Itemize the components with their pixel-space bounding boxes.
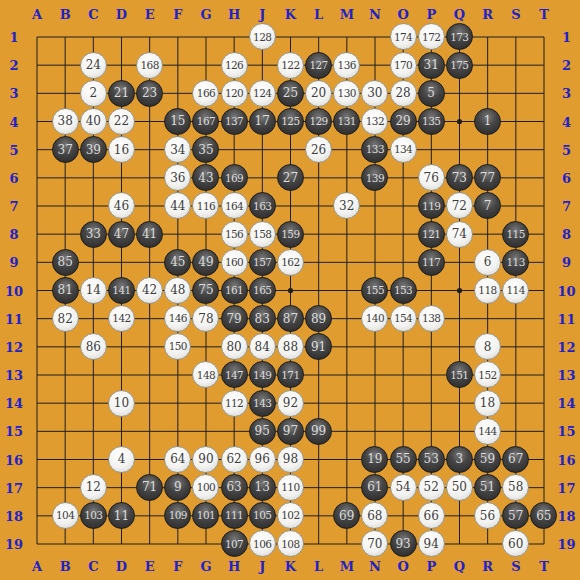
move-number: 132 bbox=[366, 116, 384, 127]
move-number: 28 bbox=[395, 87, 410, 99]
stone-white-48-F10[interactable]: 48 bbox=[164, 277, 191, 304]
move-number: 38 bbox=[58, 115, 73, 127]
move-number: 126 bbox=[225, 60, 243, 71]
stone-white-152-R13[interactable]: 152 bbox=[474, 361, 501, 388]
stone-white-20-L3[interactable]: 20 bbox=[305, 80, 332, 107]
move-number: 94 bbox=[424, 538, 439, 550]
stone-black-115-S8[interactable]: 115 bbox=[502, 221, 529, 248]
stone-white-86-C12[interactable]: 86 bbox=[80, 333, 107, 360]
move-number: 59 bbox=[480, 453, 495, 465]
move-number: 84 bbox=[255, 341, 270, 353]
stone-white-102-K18[interactable]: 102 bbox=[277, 502, 304, 529]
stone-white-140-N11[interactable]: 140 bbox=[361, 305, 388, 332]
stone-black-105-J18[interactable]: 105 bbox=[249, 502, 276, 529]
stone-black-119-P7[interactable]: 119 bbox=[418, 192, 445, 219]
stone-black-149-J13[interactable]: 149 bbox=[249, 361, 276, 388]
move-number: 37 bbox=[58, 144, 73, 156]
move-number: 122 bbox=[281, 60, 299, 71]
stone-black-83-J11[interactable]: 83 bbox=[249, 305, 276, 332]
move-number: 15 bbox=[170, 115, 185, 127]
stone-white-58-S17[interactable]: 58 bbox=[502, 474, 529, 501]
stone-white-130-M3[interactable]: 130 bbox=[333, 80, 360, 107]
stone-black-109-F18[interactable]: 109 bbox=[164, 502, 191, 529]
stone-black-101-G18[interactable]: 101 bbox=[192, 502, 219, 529]
stone-white-10-D14[interactable]: 10 bbox=[108, 390, 135, 417]
move-number: 167 bbox=[197, 116, 215, 127]
stone-black-157-J9[interactable]: 157 bbox=[249, 249, 276, 276]
stone-white-24-C2[interactable]: 24 bbox=[80, 52, 107, 79]
move-number: 150 bbox=[169, 341, 187, 352]
stone-white-22-D4[interactable]: 22 bbox=[108, 108, 135, 135]
move-number: 149 bbox=[253, 370, 271, 381]
stone-white-162-K9[interactable]: 162 bbox=[277, 249, 304, 276]
move-number: 16 bbox=[114, 144, 129, 156]
stone-black-85-B9[interactable]: 85 bbox=[52, 249, 79, 276]
stone-black-69-M18[interactable]: 69 bbox=[333, 502, 360, 529]
stone-white-94-P19[interactable]: 94 bbox=[418, 530, 445, 557]
move-number: 51 bbox=[480, 481, 495, 493]
stone-black-67-S16[interactable]: 67 bbox=[502, 446, 529, 473]
move-number: 42 bbox=[142, 284, 157, 296]
stone-white-128-J1[interactable]: 128 bbox=[249, 23, 276, 50]
stone-black-11-D18[interactable]: 11 bbox=[108, 502, 135, 529]
move-number: 43 bbox=[198, 172, 213, 184]
stone-black-1-R4[interactable]: 1 bbox=[474, 108, 501, 135]
stone-black-81-B10[interactable]: 81 bbox=[52, 277, 79, 304]
stone-black-91-L12[interactable]: 91 bbox=[305, 333, 332, 360]
move-number: 12 bbox=[86, 481, 101, 493]
stone-black-153-O10[interactable]: 153 bbox=[390, 277, 417, 304]
move-number: 74 bbox=[452, 228, 467, 240]
stone-black-31-P2[interactable]: 31 bbox=[418, 52, 445, 79]
move-number: 148 bbox=[197, 370, 215, 381]
move-number: 133 bbox=[366, 144, 384, 155]
stone-black-15-F4[interactable]: 15 bbox=[164, 108, 191, 135]
stone-black-175-Q2[interactable]: 175 bbox=[446, 52, 473, 79]
stone-white-172-P1[interactable]: 172 bbox=[418, 23, 445, 50]
stone-white-42-E10[interactable]: 42 bbox=[136, 277, 163, 304]
move-number: 21 bbox=[114, 87, 129, 99]
move-number: 33 bbox=[86, 228, 101, 240]
move-number: 134 bbox=[394, 144, 412, 155]
stone-white-110-K17[interactable]: 110 bbox=[277, 474, 304, 501]
stone-white-18-R14[interactable]: 18 bbox=[474, 390, 501, 417]
move-number: 64 bbox=[170, 453, 185, 465]
move-number: 136 bbox=[338, 60, 356, 71]
stone-white-122-K2[interactable]: 122 bbox=[277, 52, 304, 79]
stone-black-73-Q6[interactable]: 73 bbox=[446, 164, 473, 191]
move-number: 24 bbox=[86, 59, 101, 71]
stone-white-154-O11[interactable]: 154 bbox=[390, 305, 417, 332]
stone-white-146-F11[interactable]: 146 bbox=[164, 305, 191, 332]
move-number: 34 bbox=[170, 144, 185, 156]
stone-black-171-K13[interactable]: 171 bbox=[277, 361, 304, 388]
move-number: 50 bbox=[452, 481, 467, 493]
stone-black-95-J15[interactable]: 95 bbox=[249, 418, 276, 445]
move-number: 68 bbox=[367, 510, 382, 522]
move-number: 90 bbox=[198, 453, 213, 465]
move-number: 27 bbox=[283, 172, 298, 184]
move-number: 30 bbox=[367, 87, 382, 99]
move-number: 124 bbox=[253, 88, 271, 99]
stone-white-92-K14[interactable]: 92 bbox=[277, 390, 304, 417]
stone-black-13-J17[interactable]: 13 bbox=[249, 474, 276, 501]
move-number: 85 bbox=[58, 256, 73, 268]
stone-white-50-Q17[interactable]: 50 bbox=[446, 474, 473, 501]
move-number: 110 bbox=[281, 482, 299, 493]
stone-black-97-K15[interactable]: 97 bbox=[277, 418, 304, 445]
move-number: 87 bbox=[283, 313, 298, 325]
stone-white-72-Q7[interactable]: 72 bbox=[446, 192, 473, 219]
move-number: 165 bbox=[253, 285, 271, 296]
stone-black-51-R17[interactable]: 51 bbox=[474, 474, 501, 501]
stone-white-104-B18[interactable]: 104 bbox=[52, 502, 79, 529]
move-number: 135 bbox=[422, 116, 440, 127]
stone-black-3-Q16[interactable]: 3 bbox=[446, 446, 473, 473]
move-number: 70 bbox=[367, 538, 382, 550]
move-number: 48 bbox=[170, 284, 185, 296]
move-number: 108 bbox=[281, 539, 299, 550]
stone-white-26-L5[interactable]: 26 bbox=[305, 136, 332, 163]
stone-white-90-G16[interactable]: 90 bbox=[192, 446, 219, 473]
move-number: 61 bbox=[367, 481, 382, 493]
stone-black-117-P9[interactable]: 117 bbox=[418, 249, 445, 276]
stone-black-129-L4[interactable]: 129 bbox=[305, 108, 332, 135]
move-number: 17 bbox=[255, 115, 270, 127]
stone-white-34-F5[interactable]: 34 bbox=[164, 136, 191, 163]
stone-black-89-L11[interactable]: 89 bbox=[305, 305, 332, 332]
stone-black-131-M4[interactable]: 131 bbox=[333, 108, 360, 135]
stone-black-139-N6[interactable]: 139 bbox=[361, 164, 388, 191]
stone-black-169-H6[interactable]: 169 bbox=[221, 164, 248, 191]
stone-white-166-G3[interactable]: 166 bbox=[192, 80, 219, 107]
move-number: 142 bbox=[112, 313, 130, 324]
stone-white-88-K12[interactable]: 88 bbox=[277, 333, 304, 360]
stone-black-5-P3[interactable]: 5 bbox=[418, 80, 445, 107]
move-number: 168 bbox=[140, 60, 158, 71]
stone-black-77-R6[interactable]: 77 bbox=[474, 164, 501, 191]
stone-black-125-K4[interactable]: 125 bbox=[277, 108, 304, 135]
stone-white-120-H3[interactable]: 120 bbox=[221, 80, 248, 107]
move-number: 53 bbox=[424, 453, 439, 465]
stone-black-25-K3[interactable]: 25 bbox=[277, 80, 304, 107]
move-number: 1 bbox=[484, 115, 492, 127]
stone-black-65-T18[interactable]: 65 bbox=[530, 502, 557, 529]
stone-white-64-F16[interactable]: 64 bbox=[164, 446, 191, 473]
stone-white-46-D7[interactable]: 46 bbox=[108, 192, 135, 219]
stone-white-126-H2[interactable]: 126 bbox=[221, 52, 248, 79]
stone-white-8-R12[interactable]: 8 bbox=[474, 333, 501, 360]
move-number: 77 bbox=[480, 172, 495, 184]
move-number: 174 bbox=[394, 32, 412, 43]
stone-white-44-F7[interactable]: 44 bbox=[164, 192, 191, 219]
stone-white-2-C3[interactable]: 2 bbox=[80, 80, 107, 107]
move-number: 156 bbox=[225, 229, 243, 240]
stone-white-156-H8[interactable]: 156 bbox=[221, 221, 248, 248]
move-number: 97 bbox=[283, 425, 298, 437]
move-number: 105 bbox=[253, 510, 271, 521]
move-number: 102 bbox=[281, 510, 299, 521]
stone-white-112-H14[interactable]: 112 bbox=[221, 390, 248, 417]
stone-white-138-P11[interactable]: 138 bbox=[418, 305, 445, 332]
move-number: 161 bbox=[225, 285, 243, 296]
move-number: 46 bbox=[114, 200, 129, 212]
stones-layer: 1234567891011121314151617181920212223242… bbox=[23, 23, 558, 558]
move-number: 104 bbox=[56, 510, 74, 521]
move-number: 26 bbox=[311, 144, 326, 156]
move-number: 147 bbox=[225, 370, 243, 381]
move-number: 166 bbox=[197, 88, 215, 99]
move-number: 22 bbox=[114, 115, 129, 127]
move-number: 157 bbox=[253, 257, 271, 268]
move-number: 160 bbox=[225, 257, 243, 268]
stone-black-27-K6[interactable]: 27 bbox=[277, 164, 304, 191]
stone-white-32-M7[interactable]: 32 bbox=[333, 192, 360, 219]
stone-white-132-N4[interactable]: 132 bbox=[361, 108, 388, 135]
stone-black-59-R16[interactable]: 59 bbox=[474, 446, 501, 473]
stone-white-150-F12[interactable]: 150 bbox=[164, 333, 191, 360]
stone-white-40-C4[interactable]: 40 bbox=[80, 108, 107, 135]
stone-white-68-N18[interactable]: 68 bbox=[361, 502, 388, 529]
stone-white-78-G11[interactable]: 78 bbox=[192, 305, 219, 332]
stone-white-96-J16[interactable]: 96 bbox=[249, 446, 276, 473]
stone-white-16-D5[interactable]: 16 bbox=[108, 136, 135, 163]
move-number: 40 bbox=[86, 115, 101, 127]
stone-black-39-C5[interactable]: 39 bbox=[80, 136, 107, 163]
move-number: 170 bbox=[394, 60, 412, 71]
move-number: 52 bbox=[424, 481, 439, 493]
stone-black-21-D3[interactable]: 21 bbox=[108, 80, 135, 107]
move-number: 119 bbox=[422, 201, 440, 212]
move-number: 2 bbox=[89, 87, 97, 99]
move-number: 130 bbox=[338, 88, 356, 99]
move-number: 75 bbox=[198, 284, 213, 296]
stone-white-116-G7[interactable]: 116 bbox=[192, 192, 219, 219]
stone-black-137-H4[interactable]: 137 bbox=[221, 108, 248, 135]
stone-black-165-J10[interactable]: 165 bbox=[249, 277, 276, 304]
stone-white-80-H12[interactable]: 80 bbox=[221, 333, 248, 360]
stone-white-106-J19[interactable]: 106 bbox=[249, 530, 276, 557]
stone-white-56-R18[interactable]: 56 bbox=[474, 502, 501, 529]
stone-white-134-O5[interactable]: 134 bbox=[390, 136, 417, 163]
stone-white-114-S10[interactable]: 114 bbox=[502, 277, 529, 304]
move-number: 95 bbox=[255, 425, 270, 437]
move-number: 69 bbox=[339, 510, 354, 522]
move-number: 106 bbox=[253, 539, 271, 550]
stone-white-66-P18[interactable]: 66 bbox=[418, 502, 445, 529]
move-number: 120 bbox=[225, 88, 243, 99]
stone-white-170-O2[interactable]: 170 bbox=[390, 52, 417, 79]
move-number: 29 bbox=[395, 115, 410, 127]
move-number: 93 bbox=[395, 538, 410, 550]
stone-white-12-C17[interactable]: 12 bbox=[80, 474, 107, 501]
stone-white-108-K19[interactable]: 108 bbox=[277, 530, 304, 557]
move-number: 89 bbox=[311, 313, 326, 325]
stone-white-100-G17[interactable]: 100 bbox=[192, 474, 219, 501]
move-number: 151 bbox=[450, 370, 468, 381]
move-number: 32 bbox=[339, 200, 354, 212]
move-number: 63 bbox=[226, 481, 241, 493]
move-number: 118 bbox=[478, 285, 496, 296]
move-number: 153 bbox=[394, 285, 412, 296]
stone-black-93-O19[interactable]: 93 bbox=[390, 530, 417, 557]
move-number: 19 bbox=[367, 453, 382, 465]
move-number: 162 bbox=[281, 257, 299, 268]
move-number: 115 bbox=[507, 229, 525, 240]
move-number: 14 bbox=[86, 284, 101, 296]
stone-white-54-O17[interactable]: 54 bbox=[390, 474, 417, 501]
stone-black-49-G9[interactable]: 49 bbox=[192, 249, 219, 276]
move-number: 128 bbox=[253, 32, 271, 43]
stone-black-53-P16[interactable]: 53 bbox=[418, 446, 445, 473]
stone-black-135-P4[interactable]: 135 bbox=[418, 108, 445, 135]
stone-black-29-O4[interactable]: 29 bbox=[390, 108, 417, 135]
move-number: 109 bbox=[169, 510, 187, 521]
move-number: 49 bbox=[198, 256, 213, 268]
move-number: 164 bbox=[225, 201, 243, 212]
move-number: 8 bbox=[484, 341, 492, 353]
stone-black-57-S18[interactable]: 57 bbox=[502, 502, 529, 529]
move-number: 103 bbox=[84, 510, 102, 521]
move-number: 173 bbox=[450, 32, 468, 43]
move-number: 82 bbox=[58, 313, 73, 325]
stone-white-82-B11[interactable]: 82 bbox=[52, 305, 79, 332]
stone-white-124-J3[interactable]: 124 bbox=[249, 80, 276, 107]
stone-white-28-O3[interactable]: 28 bbox=[390, 80, 417, 107]
stone-black-121-P8[interactable]: 121 bbox=[418, 221, 445, 248]
move-number: 47 bbox=[114, 228, 129, 240]
stone-black-161-H10[interactable]: 161 bbox=[221, 277, 248, 304]
move-number: 121 bbox=[422, 229, 440, 240]
stone-black-141-D10[interactable]: 141 bbox=[108, 277, 135, 304]
stone-white-14-C10[interactable]: 14 bbox=[80, 277, 107, 304]
stone-black-41-E8[interactable]: 41 bbox=[136, 221, 163, 248]
move-number: 13 bbox=[255, 481, 270, 493]
stone-white-6-R9[interactable]: 6 bbox=[474, 249, 501, 276]
stone-black-173-Q1[interactable]: 173 bbox=[446, 23, 473, 50]
stone-white-160-H9[interactable]: 160 bbox=[221, 249, 248, 276]
stone-white-98-K16[interactable]: 98 bbox=[277, 446, 304, 473]
stone-white-144-R15[interactable]: 144 bbox=[474, 418, 501, 445]
stone-black-71-E17[interactable]: 71 bbox=[136, 474, 163, 501]
stone-black-99-L15[interactable]: 99 bbox=[305, 418, 332, 445]
stone-white-158-J8[interactable]: 158 bbox=[249, 221, 276, 248]
move-number: 127 bbox=[309, 60, 327, 71]
stone-black-151-Q13[interactable]: 151 bbox=[446, 361, 473, 388]
stone-white-60-S19[interactable]: 60 bbox=[502, 530, 529, 557]
move-number: 4 bbox=[118, 453, 126, 465]
move-number: 18 bbox=[480, 397, 495, 409]
move-number: 112 bbox=[225, 398, 243, 409]
move-number: 138 bbox=[422, 313, 440, 324]
move-number: 96 bbox=[255, 453, 270, 465]
move-number: 99 bbox=[311, 425, 326, 437]
stone-white-74-Q8[interactable]: 74 bbox=[446, 221, 473, 248]
stone-black-163-J7[interactable]: 163 bbox=[249, 192, 276, 219]
stone-white-118-R10[interactable]: 118 bbox=[474, 277, 501, 304]
stone-black-33-C8[interactable]: 33 bbox=[80, 221, 107, 248]
move-number: 91 bbox=[311, 341, 326, 353]
stone-black-55-O16[interactable]: 55 bbox=[390, 446, 417, 473]
stone-black-133-N5[interactable]: 133 bbox=[361, 136, 388, 163]
stone-white-70-N19[interactable]: 70 bbox=[361, 530, 388, 557]
stone-black-63-H17[interactable]: 63 bbox=[221, 474, 248, 501]
move-number: 155 bbox=[366, 285, 384, 296]
stone-black-107-H19[interactable]: 107 bbox=[221, 530, 248, 557]
stone-black-37-B5[interactable]: 37 bbox=[52, 136, 79, 163]
stone-white-52-P17[interactable]: 52 bbox=[418, 474, 445, 501]
stone-black-9-F17[interactable]: 9 bbox=[164, 474, 191, 501]
stone-white-136-M2[interactable]: 136 bbox=[333, 52, 360, 79]
move-number: 140 bbox=[366, 313, 384, 324]
move-number: 113 bbox=[507, 257, 525, 268]
stone-white-38-B4[interactable]: 38 bbox=[52, 108, 79, 135]
move-number: 88 bbox=[283, 341, 298, 353]
move-number: 41 bbox=[142, 228, 157, 240]
move-number: 71 bbox=[142, 481, 157, 493]
stone-black-147-H13[interactable]: 147 bbox=[221, 361, 248, 388]
stone-white-164-H7[interactable]: 164 bbox=[221, 192, 248, 219]
stone-black-23-E3[interactable]: 23 bbox=[136, 80, 163, 107]
stone-white-84-J12[interactable]: 84 bbox=[249, 333, 276, 360]
stone-black-167-G4[interactable]: 167 bbox=[192, 108, 219, 135]
stone-white-148-G13[interactable]: 148 bbox=[192, 361, 219, 388]
stone-black-47-D8[interactable]: 47 bbox=[108, 221, 135, 248]
stone-white-30-N3[interactable]: 30 bbox=[361, 80, 388, 107]
stone-black-111-H18[interactable]: 111 bbox=[221, 502, 248, 529]
stone-white-76-P6[interactable]: 76 bbox=[418, 164, 445, 191]
stone-black-155-N10[interactable]: 155 bbox=[361, 277, 388, 304]
move-number: 23 bbox=[142, 87, 157, 99]
stone-black-87-K11[interactable]: 87 bbox=[277, 305, 304, 332]
move-number: 107 bbox=[225, 539, 243, 550]
move-number: 39 bbox=[86, 144, 101, 156]
move-number: 6 bbox=[484, 256, 492, 268]
move-number: 20 bbox=[311, 87, 326, 99]
stone-white-142-D11[interactable]: 142 bbox=[108, 305, 135, 332]
move-number: 11 bbox=[114, 510, 129, 522]
stone-black-159-K8[interactable]: 159 bbox=[277, 221, 304, 248]
move-number: 58 bbox=[508, 481, 523, 493]
move-number: 116 bbox=[197, 201, 215, 212]
stone-white-36-F6[interactable]: 36 bbox=[164, 164, 191, 191]
move-number: 73 bbox=[452, 172, 467, 184]
stone-black-143-J14[interactable]: 143 bbox=[249, 390, 276, 417]
stone-black-19-N16[interactable]: 19 bbox=[361, 446, 388, 473]
move-number: 56 bbox=[480, 510, 495, 522]
stone-white-174-O1[interactable]: 174 bbox=[390, 23, 417, 50]
stone-black-17-J4[interactable]: 17 bbox=[249, 108, 276, 135]
move-number: 5 bbox=[427, 87, 435, 99]
stone-black-75-G10[interactable]: 75 bbox=[192, 277, 219, 304]
stone-black-35-G5[interactable]: 35 bbox=[192, 136, 219, 163]
stone-black-79-H11[interactable]: 79 bbox=[221, 305, 248, 332]
stone-black-61-N17[interactable]: 61 bbox=[361, 474, 388, 501]
stone-black-7-R7[interactable]: 7 bbox=[474, 192, 501, 219]
stone-black-103-C18[interactable]: 103 bbox=[80, 502, 107, 529]
stone-white-62-H16[interactable]: 62 bbox=[221, 446, 248, 473]
stone-black-127-L2[interactable]: 127 bbox=[305, 52, 332, 79]
stone-white-168-E2[interactable]: 168 bbox=[136, 52, 163, 79]
stone-black-43-G6[interactable]: 43 bbox=[192, 164, 219, 191]
stone-black-45-F9[interactable]: 45 bbox=[164, 249, 191, 276]
move-number: 3 bbox=[456, 453, 464, 465]
move-number: 131 bbox=[338, 116, 356, 127]
stone-black-113-S9[interactable]: 113 bbox=[502, 249, 529, 276]
move-number: 81 bbox=[58, 284, 73, 296]
stone-white-4-D16[interactable]: 4 bbox=[108, 446, 135, 473]
go-board[interactable]: 1234567891011121314151617181920212223242… bbox=[0, 0, 580, 580]
